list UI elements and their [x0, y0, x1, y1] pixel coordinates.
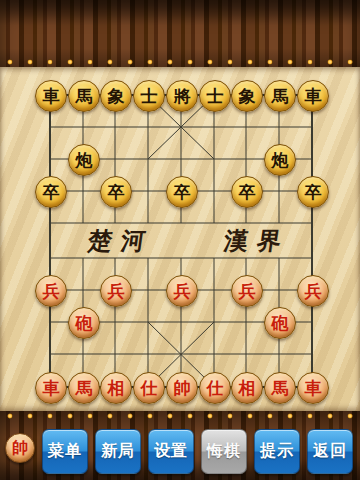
- new-game-button[interactable]: 新局: [95, 429, 141, 474]
- piece-rC-b2[interactable]: 砲: [68, 307, 100, 339]
- piece-bB-c9[interactable]: 象: [100, 80, 132, 112]
- piece-bP-e6[interactable]: 卒: [166, 176, 198, 208]
- back-button[interactable]: 返回: [307, 429, 353, 474]
- piece-rB-g0[interactable]: 相: [231, 372, 263, 404]
- top-wood-panel: [0, 0, 360, 67]
- piece-rP-i3[interactable]: 兵: [297, 275, 329, 307]
- piece-rP-a3[interactable]: 兵: [35, 275, 67, 307]
- piece-bP-c6[interactable]: 卒: [100, 176, 132, 208]
- river-label-right: 漢界: [222, 227, 292, 255]
- piece-bP-g6[interactable]: 卒: [231, 176, 263, 208]
- piece-bA-d9[interactable]: 士: [133, 80, 165, 112]
- piece-rP-c3[interactable]: 兵: [100, 275, 132, 307]
- undo-button[interactable]: 悔棋: [201, 429, 247, 474]
- piece-bP-a6[interactable]: 卒: [35, 176, 67, 208]
- piece-rN-h0[interactable]: 馬: [264, 372, 296, 404]
- piece-rR-i0[interactable]: 車: [297, 372, 329, 404]
- piece-bC-h7[interactable]: 炮: [264, 144, 296, 176]
- menu-button[interactable]: 菜单: [42, 429, 88, 474]
- piece-bR-i9[interactable]: 車: [297, 80, 329, 112]
- piece-rP-e3[interactable]: 兵: [166, 275, 198, 307]
- piece-bA-f9[interactable]: 士: [199, 80, 231, 112]
- board[interactable]: 楚河 漢界 車馬象士將士象馬車炮炮卒卒卒卒卒兵兵兵兵兵砲砲車馬相仕帥仕相馬車: [0, 67, 360, 411]
- settings-button[interactable]: 设置: [148, 429, 194, 474]
- piece-bP-i6[interactable]: 卒: [297, 176, 329, 208]
- piece-bR-a9[interactable]: 車: [35, 80, 67, 112]
- top-stud-row: [0, 58, 360, 66]
- piece-bB-g9[interactable]: 象: [231, 80, 263, 112]
- piece-rP-g3[interactable]: 兵: [231, 275, 263, 307]
- piece-bC-b7[interactable]: 炮: [68, 144, 100, 176]
- piece-bN-h9[interactable]: 馬: [264, 80, 296, 112]
- piece-rB-c0[interactable]: 相: [100, 372, 132, 404]
- board-grid: [0, 67, 360, 411]
- river-label-left: 楚河: [86, 227, 156, 255]
- piece-rN-b0[interactable]: 馬: [68, 372, 100, 404]
- piece-rA-d0[interactable]: 仕: [133, 372, 165, 404]
- piece-rC-h2[interactable]: 砲: [264, 307, 296, 339]
- toolbar: 帥 菜单 新局 设置 悔棋 提示 返回: [0, 411, 360, 480]
- xiangqi-app: 楚河 漢界 車馬象士將士象馬車炮炮卒卒卒卒卒兵兵兵兵兵砲砲車馬相仕帥仕相馬車 帥…: [0, 0, 360, 480]
- piece-bN-b9[interactable]: 馬: [68, 80, 100, 112]
- piece-rA-f0[interactable]: 仕: [199, 372, 231, 404]
- piece-bK-e9[interactable]: 將: [166, 80, 198, 112]
- piece-rK-e0[interactable]: 帥: [166, 372, 198, 404]
- hint-button[interactable]: 提示: [254, 429, 300, 474]
- turn-indicator-piece: 帥: [5, 433, 35, 463]
- piece-rR-a0[interactable]: 車: [35, 372, 67, 404]
